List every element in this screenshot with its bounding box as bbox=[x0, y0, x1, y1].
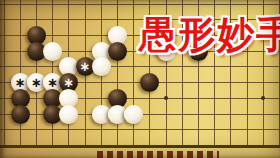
stone-black bbox=[108, 42, 127, 61]
title-overlay: 愚形妙手 bbox=[139, 10, 280, 60]
triangle-mark-asterisk: ∗ bbox=[47, 76, 58, 89]
triangle-mark-asterisk: ∗ bbox=[80, 60, 91, 73]
grid-hline bbox=[0, 145, 280, 148]
bottom-caption-text bbox=[97, 151, 219, 158]
star-point bbox=[261, 96, 265, 100]
grid-hline bbox=[0, 66, 280, 67]
stone-black bbox=[140, 73, 159, 92]
grid-hline bbox=[0, 4, 280, 5]
grid-hline bbox=[0, 129, 280, 130]
grid-hline bbox=[0, 98, 280, 99]
grid-vline bbox=[4, 0, 5, 147]
triangle-mark-asterisk: ∗ bbox=[63, 76, 74, 89]
grid-vline bbox=[133, 0, 134, 147]
go-board-photo[interactable]: ∗∗∗∗∗ 愚形妙手 bbox=[0, 0, 280, 158]
stone-white bbox=[92, 57, 111, 76]
stone-black bbox=[11, 105, 30, 124]
grid-vline bbox=[117, 0, 118, 147]
stone-white bbox=[43, 42, 62, 61]
stone-white bbox=[59, 105, 78, 124]
star-point bbox=[164, 96, 168, 100]
triangle-mark-asterisk: ∗ bbox=[31, 76, 42, 89]
stone-white bbox=[124, 105, 143, 124]
triangle-mark-asterisk: ∗ bbox=[15, 76, 26, 89]
